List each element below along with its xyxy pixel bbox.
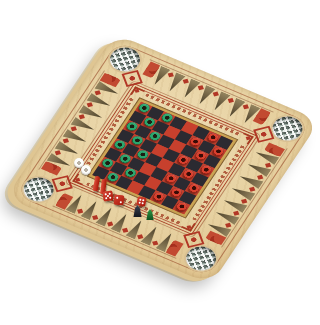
backgammon-point [140,225,162,246]
die-2 [114,195,125,206]
backgammon-point [54,140,81,157]
die-pip [142,203,144,205]
diamond-accent [63,138,69,143]
frame-corner-ornament [181,220,196,232]
diamond-accent [243,104,249,109]
diamond-accent [137,234,143,239]
die-pip [109,192,111,194]
backgammon-point [95,205,117,226]
diamond-accent [225,223,231,228]
diamond-accent [233,211,239,216]
die-pip [116,197,118,199]
diamond-accent [168,72,174,77]
white-ring-piece [81,165,91,175]
die-1 [102,190,113,201]
diamond-accent [92,215,98,220]
diamond-accent [71,126,77,131]
diamond-accent [257,175,263,180]
backgammon-point [70,116,97,133]
diamond-accent [152,241,158,246]
game-board [6,33,320,284]
die-pip [138,202,140,204]
diamond-accent [249,187,255,192]
diamond-accent [107,221,113,226]
diamond-accent [241,199,247,204]
diamond-accent [122,228,128,233]
diamond-accent [213,92,219,97]
die-pip [143,199,145,201]
die-pip [105,198,107,200]
diamond-accent [228,98,234,103]
backgammon-point [80,199,102,220]
diamond-accent [55,150,61,155]
die-3 [136,196,147,207]
die-pip [110,197,112,199]
backgammon-point [78,104,105,121]
diamond-accent [183,79,189,84]
backgammon-point [125,218,147,239]
diamond-accent [79,114,85,119]
board-photo [0,0,320,325]
backgammon-point [62,128,89,145]
die-pip [120,201,122,203]
diamond-accent [265,163,271,168]
frame-corner-ornament [130,87,145,99]
backgammon-point [86,92,113,109]
diamond-accent [77,209,83,214]
frame-corner-ornament [239,133,254,145]
die-pip [139,198,141,200]
board-face [6,33,320,284]
diamond-accent [198,85,204,90]
backgammon-point [110,212,132,233]
diamond-accent [95,90,101,95]
diamond-accent [87,102,93,107]
